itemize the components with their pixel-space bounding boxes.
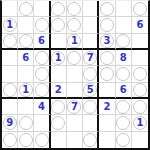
given-digit: 1 (6, 20, 13, 30)
given-digit: 4 (38, 102, 45, 112)
cell-r4c9[interactable] (132, 50, 148, 66)
odd-circle-marker (19, 116, 33, 130)
cell-r3c6[interactable] (83, 34, 99, 50)
odd-circle-marker (35, 133, 49, 147)
cell-r8c6[interactable] (83, 115, 99, 131)
odd-circle-marker (133, 83, 147, 97)
cell-r6c2[interactable]: 1 (18, 83, 34, 99)
cell-r5c5[interactable] (67, 66, 83, 82)
cell-r4c6[interactable]: 7 (83, 50, 99, 66)
cell-r5c4[interactable] (51, 66, 67, 82)
cell-r5c2[interactable] (18, 66, 34, 82)
odd-circle-marker (19, 2, 33, 16)
odd-circle-marker (35, 67, 49, 81)
cell-r3c2[interactable] (18, 34, 34, 50)
cell-r9c3[interactable] (34, 132, 50, 148)
cell-r8c2[interactable] (18, 115, 34, 131)
given-digit: 1 (22, 85, 29, 95)
given-digit: 7 (71, 102, 78, 112)
cell-r1c4[interactable] (51, 1, 67, 17)
given-digit: 9 (6, 118, 13, 128)
cell-r6c7[interactable] (99, 83, 115, 99)
given-digit: 1 (55, 53, 62, 63)
cell-r1c6[interactable] (83, 1, 99, 17)
given-digit: 5 (87, 85, 94, 95)
cell-r1c9[interactable] (132, 1, 148, 17)
cell-r5c9[interactable] (132, 66, 148, 82)
cell-r4c2[interactable]: 6 (18, 50, 34, 66)
cell-r5c7[interactable] (99, 66, 115, 82)
cell-r2c5[interactable] (67, 17, 83, 33)
odd-circle-marker (35, 83, 49, 97)
cell-r1c2[interactable] (18, 1, 34, 17)
cell-r2c6[interactable] (83, 17, 99, 33)
cell-r7c6[interactable] (83, 99, 99, 115)
cell-r2c2[interactable] (18, 17, 34, 33)
cell-r4c4[interactable]: 1 (51, 50, 67, 66)
cell-r9c7[interactable] (99, 132, 115, 148)
cell-r9c9[interactable] (132, 132, 148, 148)
cell-r5c6[interactable] (83, 66, 99, 82)
cell-r5c1[interactable] (2, 66, 18, 82)
cell-r6c1[interactable] (2, 83, 18, 99)
odd-circle-marker (116, 67, 130, 81)
cell-r2c7[interactable] (99, 17, 115, 33)
cell-r4c1[interactable] (2, 50, 18, 66)
odd-circle-marker (83, 100, 97, 114)
odd-circle-marker (51, 100, 65, 114)
given-digit: 2 (103, 102, 110, 112)
sudoku-board: 166136178125647291 (0, 0, 150, 150)
cell-r6c8[interactable]: 6 (116, 83, 132, 99)
odd-circle-marker (100, 18, 114, 32)
cell-r7c7[interactable]: 2 (99, 99, 115, 115)
given-digit: 6 (22, 53, 29, 63)
odd-circle-marker (3, 83, 17, 97)
cell-r9c5[interactable] (67, 132, 83, 148)
cell-r3c4[interactable] (51, 34, 67, 50)
cell-r9c8[interactable] (116, 132, 132, 148)
odd-circle-marker (133, 67, 147, 81)
cell-r7c8[interactable] (116, 99, 132, 115)
odd-circle-marker (116, 116, 130, 130)
odd-circle-marker (83, 67, 97, 81)
cell-r2c4[interactable] (51, 17, 67, 33)
odd-circle-marker (3, 34, 17, 48)
odd-circle-marker (67, 51, 81, 65)
cell-r3c8[interactable] (116, 34, 132, 50)
given-digit: 1 (136, 118, 143, 128)
cell-r3c9[interactable] (132, 34, 148, 50)
given-digit: 6 (136, 20, 143, 30)
cell-r8c5[interactable] (67, 115, 83, 131)
odd-circle-marker (100, 67, 114, 81)
cell-r2c1[interactable]: 1 (2, 17, 18, 33)
cell-r3c3[interactable]: 6 (34, 34, 50, 50)
cell-r6c9[interactable] (132, 83, 148, 99)
cell-r7c3[interactable]: 4 (34, 99, 50, 115)
given-digit: 3 (103, 36, 110, 46)
given-digit: 6 (38, 36, 45, 46)
odd-circle-marker (116, 133, 130, 147)
odd-circle-marker (67, 2, 81, 16)
given-digit: 7 (87, 53, 94, 63)
odd-circle-marker (51, 2, 65, 16)
cell-r7c4[interactable] (51, 99, 67, 115)
given-digit: 6 (120, 85, 127, 95)
cell-r7c1[interactable] (2, 99, 18, 115)
cell-r9c1[interactable] (2, 132, 18, 148)
odd-circle-marker (83, 133, 97, 147)
cell-r3c1[interactable] (2, 34, 18, 50)
cell-r1c8[interactable] (116, 1, 132, 17)
cell-r8c9[interactable]: 1 (132, 115, 148, 131)
odd-circle-marker (100, 2, 114, 16)
odd-circle-marker (51, 18, 65, 32)
cell-r1c5[interactable] (67, 1, 83, 17)
cell-r8c4[interactable] (51, 115, 67, 131)
cell-r1c1[interactable] (2, 1, 18, 17)
odd-circle-marker (3, 133, 17, 147)
odd-circle-marker (19, 133, 33, 147)
cell-r6c3[interactable] (34, 83, 50, 99)
cell-r5c8[interactable] (116, 66, 132, 82)
odd-circle-marker (19, 34, 33, 48)
cell-r6c6[interactable]: 5 (83, 83, 99, 99)
odd-circle-marker (35, 18, 49, 32)
odd-circle-marker (116, 100, 130, 114)
cell-r8c3[interactable] (34, 115, 50, 131)
cell-r5c3[interactable] (34, 66, 50, 82)
given-digit: 1 (71, 36, 78, 46)
given-digit: 2 (55, 85, 62, 95)
cell-r7c5[interactable]: 7 (67, 99, 83, 115)
cell-r4c7[interactable] (99, 50, 115, 66)
cell-r4c8[interactable]: 8 (116, 50, 132, 66)
cell-r1c7[interactable] (99, 1, 115, 17)
cell-r4c3[interactable] (34, 50, 50, 66)
odd-circle-marker (116, 34, 130, 48)
odd-circle-marker (67, 18, 81, 32)
odd-circle-marker (51, 116, 65, 130)
cell-r8c8[interactable] (116, 115, 132, 131)
odd-circle-marker (35, 51, 49, 65)
cell-r8c7[interactable] (99, 115, 115, 131)
cell-r7c2[interactable] (18, 99, 34, 115)
cell-r3c5[interactable]: 1 (67, 34, 83, 50)
odd-circle-marker (100, 51, 114, 65)
cell-r9c2[interactable] (18, 132, 34, 148)
cell-r2c3[interactable] (34, 17, 50, 33)
odd-circle-marker (133, 100, 147, 114)
cell-r3c7[interactable]: 3 (99, 34, 115, 50)
cell-r7c9[interactable] (132, 99, 148, 115)
cell-r8c1[interactable]: 9 (2, 115, 18, 131)
cell-r9c4[interactable] (51, 132, 67, 148)
given-digit: 8 (120, 53, 127, 63)
cell-r6c5[interactable] (67, 83, 83, 99)
cell-r6c4[interactable]: 2 (51, 83, 67, 99)
cell-r2c9[interactable]: 6 (132, 17, 148, 33)
cell-r1c3[interactable] (34, 1, 50, 17)
cell-r4c5[interactable] (67, 50, 83, 66)
odd-circle-marker (133, 2, 147, 16)
cell-r2c8[interactable] (116, 17, 132, 33)
cell-r9c6[interactable] (83, 132, 99, 148)
